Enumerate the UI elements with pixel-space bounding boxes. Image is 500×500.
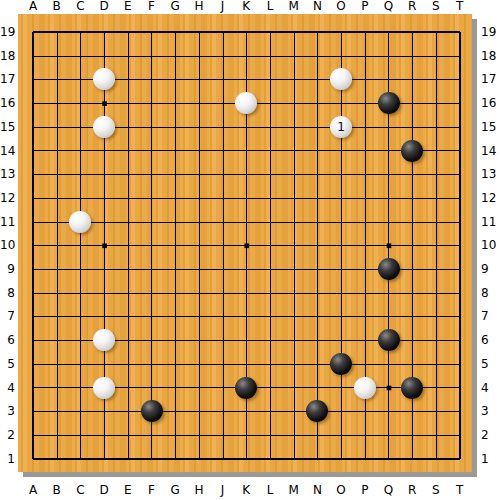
column-label-bottom-C: C (70, 484, 90, 497)
stone-white-K16[interactable] (235, 92, 257, 114)
row-label-right-18: 18 (481, 49, 500, 63)
row-label-right-10: 10 (481, 238, 500, 252)
column-label-top-P: P (355, 0, 375, 13)
row-label-left-4: 4 (0, 381, 15, 395)
column-label-bottom-N: N (307, 484, 327, 497)
stone-black-Q16[interactable] (378, 92, 400, 114)
row-label-left-15: 15 (0, 120, 15, 134)
stone-black-K4[interactable] (235, 377, 257, 399)
row-label-right-6: 6 (481, 333, 500, 347)
column-label-bottom-L: L (260, 484, 280, 497)
stone-black-O5[interactable] (330, 353, 352, 375)
row-label-left-13: 13 (0, 167, 15, 181)
row-label-left-12: 12 (0, 191, 15, 205)
row-label-right-7: 7 (481, 309, 500, 323)
row-label-left-8: 8 (0, 286, 15, 300)
row-label-right-5: 5 (481, 357, 500, 371)
row-label-right-15: 15 (481, 120, 500, 134)
column-label-bottom-A: A (23, 484, 43, 497)
row-label-right-9: 9 (481, 262, 500, 276)
row-label-left-10: 10 (0, 238, 15, 252)
stone-white-D6[interactable] (93, 329, 115, 351)
row-label-left-7: 7 (0, 309, 15, 323)
stone-white-D15[interactable] (93, 116, 115, 138)
stone-black-R14[interactable] (401, 140, 423, 162)
column-label-top-T: T (450, 0, 470, 13)
column-label-bottom-J: J (213, 484, 233, 497)
row-label-right-11: 11 (481, 215, 500, 229)
row-label-left-1: 1 (0, 452, 15, 466)
stone-white-C11[interactable] (69, 211, 91, 233)
row-label-right-17: 17 (481, 72, 500, 86)
column-label-top-J: J (213, 0, 233, 13)
column-label-top-L: L (260, 0, 280, 13)
column-label-top-F: F (142, 0, 162, 13)
row-label-left-14: 14 (0, 144, 15, 158)
row-label-right-12: 12 (481, 191, 500, 205)
row-label-right-13: 13 (481, 167, 500, 181)
column-label-top-C: C (70, 0, 90, 13)
row-label-left-19: 19 (0, 25, 15, 39)
stone-black-N3[interactable] (306, 400, 328, 422)
column-label-top-Q: Q (379, 0, 399, 13)
row-label-left-18: 18 (0, 49, 15, 63)
column-label-top-B: B (47, 0, 67, 13)
row-label-left-3: 3 (0, 404, 15, 418)
column-label-top-M: M (284, 0, 304, 13)
row-label-left-11: 11 (0, 215, 15, 229)
row-label-left-9: 9 (0, 262, 15, 276)
stone-white-P4[interactable] (354, 377, 376, 399)
column-label-top-H: H (189, 0, 209, 13)
column-label-top-A: A (23, 0, 43, 13)
column-label-bottom-Q: Q (379, 484, 399, 497)
column-label-bottom-T: T (450, 484, 470, 497)
row-label-right-14: 14 (481, 144, 500, 158)
go-board-viewer: ABCDEFGHJKLMNOPQRST ABCDEFGHJKLMNOPQRST … (0, 0, 500, 500)
column-label-top-G: G (165, 0, 185, 13)
stone-black-Q9[interactable] (378, 258, 400, 280)
row-label-left-2: 2 (0, 428, 15, 442)
row-label-right-19: 19 (481, 25, 500, 39)
column-label-top-S: S (426, 0, 446, 13)
row-label-left-5: 5 (0, 357, 15, 371)
stone-black-F3[interactable] (141, 400, 163, 422)
row-label-right-16: 16 (481, 96, 500, 110)
column-label-top-N: N (307, 0, 327, 13)
stone-white-O17[interactable] (330, 68, 352, 90)
column-label-bottom-B: B (47, 484, 67, 497)
row-label-left-17: 17 (0, 72, 15, 86)
stone-black-Q6[interactable] (378, 329, 400, 351)
column-label-top-K: K (236, 0, 256, 13)
move-number-label: 1 (337, 121, 345, 133)
row-label-right-3: 3 (481, 404, 500, 418)
column-label-bottom-D: D (94, 484, 114, 497)
column-label-top-R: R (402, 0, 422, 13)
row-label-left-6: 6 (0, 333, 15, 347)
row-label-right-1: 1 (481, 452, 500, 466)
stones-layer: 1 (18, 14, 472, 472)
column-label-bottom-O: O (331, 484, 351, 497)
stone-white-O15[interactable]: 1 (330, 116, 352, 138)
column-label-bottom-H: H (189, 484, 209, 497)
stone-white-D17[interactable] (93, 68, 115, 90)
column-label-bottom-M: M (284, 484, 304, 497)
row-label-right-8: 8 (481, 286, 500, 300)
column-label-bottom-G: G (165, 484, 185, 497)
row-label-right-2: 2 (481, 428, 500, 442)
column-label-top-O: O (331, 0, 351, 13)
stone-white-D4[interactable] (93, 377, 115, 399)
column-label-bottom-F: F (142, 484, 162, 497)
row-label-left-16: 16 (0, 96, 15, 110)
go-board[interactable]: 1 (18, 14, 472, 472)
column-label-bottom-R: R (402, 484, 422, 497)
column-label-top-E: E (118, 0, 138, 13)
stone-black-R4[interactable] (401, 377, 423, 399)
column-label-bottom-E: E (118, 484, 138, 497)
column-label-bottom-P: P (355, 484, 375, 497)
column-label-top-D: D (94, 0, 114, 13)
row-label-right-4: 4 (481, 381, 500, 395)
column-label-bottom-K: K (236, 484, 256, 497)
column-label-bottom-S: S (426, 484, 446, 497)
